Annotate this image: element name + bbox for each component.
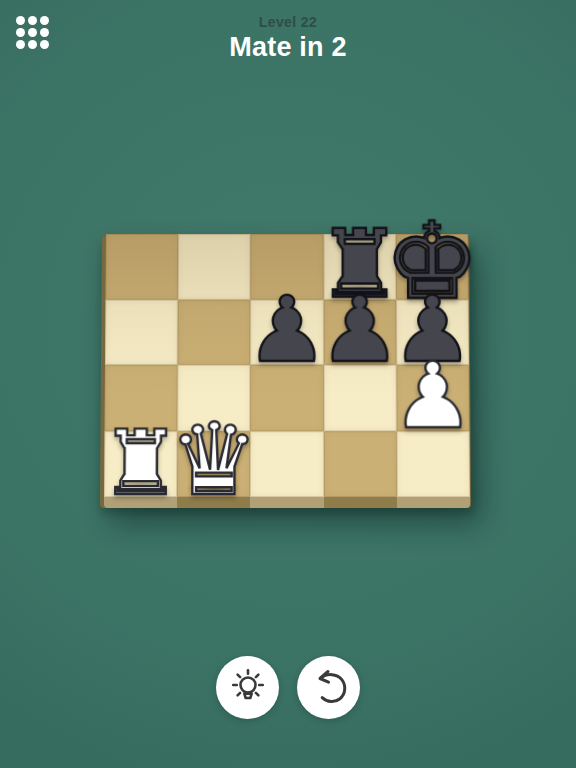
hint-button[interactable] [216, 656, 279, 719]
board-square-b3[interactable] [178, 299, 251, 365]
white-queen[interactable]: ♛ [169, 410, 259, 510]
bottom-controls [216, 656, 360, 719]
board-square-b4[interactable] [178, 234, 251, 299]
board-edge-segment [250, 497, 323, 508]
white-pawn[interactable]: ♟ [392, 351, 475, 442]
chess-board: ♜♚♟♟♟♟♜♛ [104, 234, 470, 497]
page-title: Mate in 2 [0, 32, 576, 63]
board-square-d1[interactable] [323, 431, 396, 497]
black-pawn[interactable]: ♟ [319, 285, 401, 376]
board-square-c1[interactable] [250, 431, 323, 497]
undo-arrow-icon [307, 666, 351, 710]
undo-button[interactable] [297, 656, 360, 719]
header: Level 22 Mate in 2 [0, 0, 576, 63]
board-edge-segment [324, 497, 397, 508]
board-edge-segment [397, 497, 470, 508]
black-pawn[interactable]: ♟ [246, 285, 328, 376]
lightbulb-icon [226, 666, 270, 710]
board-square-a4[interactable] [105, 234, 178, 299]
board-square-a3[interactable] [105, 299, 178, 365]
level-label: Level 22 [0, 14, 576, 30]
